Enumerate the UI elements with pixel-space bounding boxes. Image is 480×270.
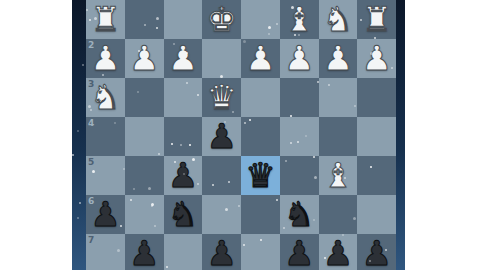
piece-bN-f6[interactable]: ♞: [164, 195, 203, 234]
square-d7[interactable]: [241, 234, 280, 270]
square-e3[interactable]: ♛: [202, 78, 241, 117]
square-g6[interactable]: [125, 195, 164, 234]
square-d1[interactable]: [241, 0, 280, 39]
piece-bP-h6[interactable]: ♟: [86, 195, 125, 234]
square-f2[interactable]: ♟: [164, 39, 203, 78]
square-c6[interactable]: ♞: [280, 195, 319, 234]
piece-wR-a1[interactable]: ♜: [357, 0, 396, 39]
square-b2[interactable]: ♟: [319, 39, 358, 78]
piece-wP-d2[interactable]: ♟: [241, 39, 280, 78]
piece-wB-c1[interactable]: ♝: [280, 0, 319, 39]
piece-wR-h1[interactable]: ♜: [86, 0, 125, 39]
square-b3[interactable]: [319, 78, 358, 117]
square-e1[interactable]: ♚: [202, 0, 241, 39]
square-a7[interactable]: ♟: [357, 234, 396, 270]
piece-bP-e7[interactable]: ♟: [202, 234, 241, 270]
square-c4[interactable]: [280, 117, 319, 156]
rank-label-4: 4: [88, 118, 94, 128]
square-h5[interactable]: 5: [86, 156, 125, 195]
piece-wB-b5[interactable]: ♝: [319, 156, 358, 195]
piece-wP-b2[interactable]: ♟: [319, 39, 358, 78]
rank-label-7: 7: [88, 235, 94, 245]
square-b7[interactable]: ♟: [319, 234, 358, 270]
piece-bP-f5[interactable]: ♟: [164, 156, 203, 195]
square-g5[interactable]: [125, 156, 164, 195]
square-f3[interactable]: [164, 78, 203, 117]
piece-bQ-d5[interactable]: ♛: [241, 156, 280, 195]
square-e5[interactable]: [202, 156, 241, 195]
square-a6[interactable]: [357, 195, 396, 234]
square-f5[interactable]: ♟: [164, 156, 203, 195]
square-c5[interactable]: [280, 156, 319, 195]
piece-wP-c2[interactable]: ♟: [280, 39, 319, 78]
square-d3[interactable]: [241, 78, 280, 117]
square-b6[interactable]: [319, 195, 358, 234]
square-h2[interactable]: 2♟: [86, 39, 125, 78]
piece-wQ-e3[interactable]: ♛: [202, 78, 241, 117]
square-g1[interactable]: [125, 0, 164, 39]
square-h1[interactable]: ♜: [86, 0, 125, 39]
chess-board[interactable]: ♜♚♝♞♜2♟♟♟♟♟♟♟3♞♛4♟5♟♛♝6♟♞♞7♟♟♟♟♟: [86, 0, 396, 270]
square-e2[interactable]: [202, 39, 241, 78]
square-g7[interactable]: ♟: [125, 234, 164, 270]
square-b4[interactable]: [319, 117, 358, 156]
square-c1[interactable]: ♝: [280, 0, 319, 39]
piece-wP-a2[interactable]: ♟: [357, 39, 396, 78]
piece-wK-e1[interactable]: ♚: [202, 0, 241, 39]
square-d2[interactable]: ♟: [241, 39, 280, 78]
square-b5[interactable]: ♝: [319, 156, 358, 195]
piece-wP-f2[interactable]: ♟: [164, 39, 203, 78]
square-d5[interactable]: ♛: [241, 156, 280, 195]
chess-board-viewport: ♜♚♝♞♜2♟♟♟♟♟♟♟3♞♛4♟5♟♛♝6♟♞♞7♟♟♟♟♟: [86, 0, 396, 270]
piece-bP-g7[interactable]: ♟: [125, 234, 164, 270]
square-g4[interactable]: [125, 117, 164, 156]
square-a4[interactable]: [357, 117, 396, 156]
square-g3[interactable]: [125, 78, 164, 117]
square-a2[interactable]: ♟: [357, 39, 396, 78]
piece-wN-h3[interactable]: ♞: [86, 78, 125, 117]
square-b1[interactable]: ♞: [319, 0, 358, 39]
square-d6[interactable]: [241, 195, 280, 234]
piece-bP-c7[interactable]: ♟: [280, 234, 319, 270]
square-e6[interactable]: [202, 195, 241, 234]
rank-label-5: 5: [88, 157, 94, 167]
square-f7[interactable]: [164, 234, 203, 270]
square-e7[interactable]: ♟: [202, 234, 241, 270]
piece-wP-g2[interactable]: ♟: [125, 39, 164, 78]
square-f4[interactable]: [164, 117, 203, 156]
piece-wN-b1[interactable]: ♞: [319, 0, 358, 39]
piece-bP-e4[interactable]: ♟: [202, 117, 241, 156]
square-c3[interactable]: [280, 78, 319, 117]
square-f1[interactable]: [164, 0, 203, 39]
square-g2[interactable]: ♟: [125, 39, 164, 78]
piece-wP-h2[interactable]: ♟: [86, 39, 125, 78]
square-c2[interactable]: ♟: [280, 39, 319, 78]
piece-bP-b7[interactable]: ♟: [319, 234, 358, 270]
square-h7[interactable]: 7: [86, 234, 125, 270]
square-e4[interactable]: ♟: [202, 117, 241, 156]
square-h4[interactable]: 4: [86, 117, 125, 156]
square-a1[interactable]: ♜: [357, 0, 396, 39]
square-h6[interactable]: 6♟: [86, 195, 125, 234]
piece-bP-a7[interactable]: ♟: [357, 234, 396, 270]
square-f6[interactable]: ♞: [164, 195, 203, 234]
piece-bN-c6[interactable]: ♞: [280, 195, 319, 234]
square-a3[interactable]: [357, 78, 396, 117]
square-h3[interactable]: 3♞: [86, 78, 125, 117]
square-a5[interactable]: [357, 156, 396, 195]
square-c7[interactable]: ♟: [280, 234, 319, 270]
square-d4[interactable]: [241, 117, 280, 156]
